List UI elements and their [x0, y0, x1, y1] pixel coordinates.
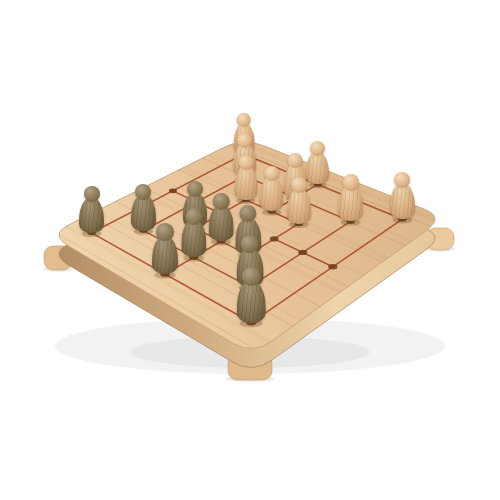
hole-a4[interactable] — [169, 188, 177, 193]
piece-head — [135, 184, 151, 200]
piece-light-f6[interactable] — [338, 174, 364, 221]
piece-dark-d2[interactable] — [180, 208, 207, 257]
piece-body — [209, 204, 234, 241]
piece-head — [242, 267, 261, 286]
piece-body — [237, 280, 266, 322]
piece-head — [213, 193, 230, 210]
piece-light-g7[interactable] — [389, 172, 415, 219]
piece-dark-d1[interactable] — [151, 223, 179, 274]
piece-head — [187, 181, 203, 197]
piece-head — [156, 223, 173, 240]
piece-body — [260, 176, 284, 211]
hole-f4[interactable] — [298, 250, 307, 255]
piece-body — [79, 197, 103, 233]
piece-dark-a1[interactable] — [79, 186, 105, 233]
piece-body — [390, 183, 414, 219]
piece-head — [343, 174, 359, 190]
piece-head — [185, 208, 202, 225]
piece-head — [264, 166, 280, 182]
piece-head — [310, 141, 325, 156]
piece-head — [240, 205, 257, 222]
piece-light-e5[interactable] — [286, 177, 312, 224]
piece-dark-g1[interactable] — [236, 267, 266, 322]
piece-head — [84, 186, 100, 202]
piece-body — [181, 219, 207, 257]
piece-head — [237, 133, 252, 148]
piece-light-d5[interactable] — [259, 166, 284, 212]
piece-body — [287, 188, 311, 224]
hole-e4[interactable] — [270, 236, 279, 241]
hole-g4[interactable] — [328, 264, 337, 269]
piece-head — [394, 172, 410, 188]
piece-dark-d3[interactable] — [208, 193, 235, 241]
piece-body — [338, 185, 362, 221]
piece-light-c5[interactable] — [233, 155, 258, 200]
piece-head — [291, 177, 307, 193]
piece-body — [234, 165, 257, 199]
piece-body — [152, 235, 178, 274]
product-photo — [0, 0, 500, 500]
